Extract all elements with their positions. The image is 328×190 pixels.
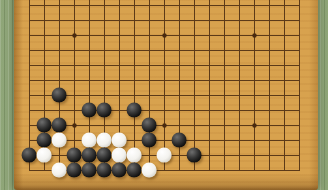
white-stone[interactable] — [142, 163, 157, 178]
white-stone[interactable] — [82, 133, 97, 148]
white-stone[interactable] — [112, 133, 127, 148]
black-stone[interactable] — [67, 163, 82, 178]
black-stone[interactable] — [82, 148, 97, 163]
black-stone[interactable] — [187, 148, 202, 163]
black-stone[interactable] — [37, 118, 52, 133]
black-stone[interactable] — [82, 103, 97, 118]
stones-layer — [0, 0, 328, 190]
black-stone[interactable] — [172, 133, 187, 148]
black-stone[interactable] — [142, 133, 157, 148]
white-stone[interactable] — [52, 133, 67, 148]
white-stone[interactable] — [52, 163, 67, 178]
white-stone[interactable] — [112, 148, 127, 163]
black-stone[interactable] — [67, 148, 82, 163]
black-stone[interactable] — [97, 148, 112, 163]
go-game-screenshot — [0, 0, 328, 190]
white-stone[interactable] — [97, 133, 112, 148]
black-stone[interactable] — [82, 163, 97, 178]
black-stone[interactable] — [97, 103, 112, 118]
white-stone[interactable] — [157, 148, 172, 163]
white-stone[interactable] — [127, 148, 142, 163]
black-stone[interactable] — [127, 103, 142, 118]
black-stone[interactable] — [127, 163, 142, 178]
black-stone[interactable] — [22, 148, 37, 163]
white-stone[interactable] — [37, 148, 52, 163]
black-stone[interactable] — [112, 163, 127, 178]
black-stone[interactable] — [52, 88, 67, 103]
black-stone[interactable] — [37, 133, 52, 148]
black-stone[interactable] — [97, 163, 112, 178]
black-stone[interactable] — [52, 118, 67, 133]
black-stone[interactable] — [142, 118, 157, 133]
